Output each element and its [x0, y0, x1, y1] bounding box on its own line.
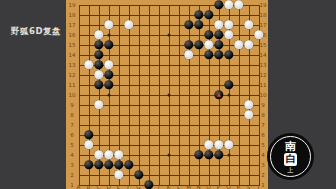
stone-white-P17	[214, 20, 223, 29]
coord-label-left: 3	[70, 162, 74, 168]
stone-white-R15	[234, 40, 243, 49]
star-point	[227, 153, 230, 156]
stone-white-S17	[244, 20, 253, 29]
coord-label-bottom: T	[257, 184, 260, 189]
coord-label-left: 7	[70, 122, 74, 128]
coord-label-left: 14	[69, 52, 76, 58]
stone-white-P5	[214, 140, 223, 149]
coord-label-left: 18	[69, 12, 76, 18]
stone-black-C14	[94, 50, 103, 59]
coord-label-left: 6	[70, 132, 74, 138]
stone-black-P15	[214, 40, 223, 49]
coord-label-right: 14	[260, 52, 267, 58]
stone-black-P19	[214, 0, 223, 9]
coord-label-right: 11	[260, 82, 267, 88]
stone-white-M14	[184, 50, 193, 59]
watermark-content: 南 白 上	[267, 133, 314, 180]
video-frame: 野狐6D复盘 191918181717161615151414131312121…	[0, 0, 336, 189]
coord-label-left: 9	[70, 102, 74, 108]
coord-label-bottom: M	[186, 184, 191, 189]
coord-label-bottom: R	[237, 184, 241, 189]
star-point	[107, 33, 110, 36]
star-point	[167, 153, 170, 156]
stone-black-D3	[104, 160, 113, 169]
coord-label-left: 1	[70, 182, 74, 188]
stone-black-O4	[204, 150, 213, 159]
watermark-char-bottom: 上	[288, 167, 294, 173]
coord-label-bottom: D	[106, 184, 110, 189]
stone-black-M17	[184, 20, 193, 29]
stone-black-Q14	[224, 50, 233, 59]
stone-black-C3	[94, 160, 103, 169]
coord-label-left: 5	[70, 142, 74, 148]
coord-label-left: 12	[69, 72, 76, 78]
stone-black-C13	[94, 60, 103, 69]
stone-white-B5	[84, 140, 93, 149]
coord-label-left: 19	[69, 2, 76, 8]
stone-white-S8	[244, 110, 253, 119]
star-point	[227, 93, 230, 96]
coord-label-right: 7	[261, 122, 265, 128]
stone-black-P16	[214, 30, 223, 39]
stone-black-Q11	[224, 80, 233, 89]
grid-vline	[249, 5, 250, 186]
stone-black-N15	[194, 40, 203, 49]
stone-black-B3	[84, 160, 93, 169]
stone-black-O16	[204, 30, 213, 39]
stone-white-Q19	[224, 0, 233, 9]
coord-label-bottom: Q	[226, 184, 230, 189]
coord-label-right: 2	[261, 172, 265, 178]
watermark-char-top: 南	[285, 141, 296, 152]
stone-white-D13	[104, 60, 113, 69]
coord-label-right: 17	[260, 22, 267, 28]
stone-white-S15	[244, 40, 253, 49]
coord-label-bottom: C	[97, 184, 101, 189]
coord-label-right: 8	[261, 112, 265, 118]
stone-black-P4	[214, 150, 223, 159]
stone-white-C16	[94, 30, 103, 39]
stone-black-B6	[84, 130, 93, 139]
stone-white-O15	[204, 40, 213, 49]
stone-white-T16	[254, 30, 263, 39]
stone-white-S9	[244, 100, 253, 109]
watermark-logo: 南 白 上	[267, 133, 314, 180]
go-board: 1919181817171616151514141313121211111010…	[66, 0, 268, 189]
coord-label-bottom: O	[206, 184, 210, 189]
star-point	[167, 93, 170, 96]
grid-vline	[189, 5, 190, 186]
star-point	[107, 93, 110, 96]
coord-label-bottom: K	[167, 184, 171, 189]
stone-black-D12	[104, 70, 113, 79]
coord-label-right: 4	[261, 152, 265, 158]
stone-black-O18	[204, 10, 213, 19]
grid-hline	[79, 175, 260, 176]
coord-label-bottom: E	[117, 184, 120, 189]
coord-label-bottom: N	[196, 184, 200, 189]
coord-label-bottom: L	[177, 184, 180, 189]
stone-black-N17	[194, 20, 203, 29]
stone-black-N18	[194, 10, 203, 19]
stone-black-D15	[104, 40, 113, 49]
coord-label-right: 19	[260, 2, 267, 8]
coord-label-bottom: B	[87, 184, 91, 189]
last-move-marker	[217, 92, 221, 96]
grid-vline	[239, 5, 240, 186]
coord-label-bottom: J	[158, 184, 160, 189]
grid-hline	[79, 135, 260, 136]
grid-hline	[79, 105, 260, 106]
stone-white-Q17	[224, 20, 233, 29]
stone-white-C12	[94, 70, 103, 79]
stone-white-F17	[124, 20, 133, 29]
stone-white-O5	[204, 140, 213, 149]
coord-label-right: 6	[261, 132, 265, 138]
coord-label-bottom: A	[77, 184, 81, 189]
coord-label-left: 10	[69, 92, 76, 98]
coord-label-right: 15	[260, 42, 267, 48]
stone-white-E4	[114, 150, 123, 159]
title-overlay: 野狐6D复盘	[11, 26, 71, 38]
stone-white-R19	[234, 0, 243, 9]
coord-label-left: 4	[70, 152, 74, 158]
stone-black-O14	[204, 50, 213, 59]
coord-label-bottom: F	[127, 184, 130, 189]
grid-hline	[79, 115, 260, 116]
watermark-char-boxed: 白	[284, 153, 297, 166]
stone-black-M15	[184, 40, 193, 49]
stone-black-G2	[134, 170, 143, 179]
stone-white-Q5	[224, 140, 233, 149]
stone-black-C11	[94, 80, 103, 89]
stone-white-B13	[84, 60, 93, 69]
stone-white-C4	[94, 150, 103, 159]
stone-black-F3	[124, 160, 133, 169]
coord-label-right: 1	[261, 182, 265, 188]
stone-black-N4	[194, 150, 203, 159]
grid-hline	[79, 125, 260, 126]
coord-label-right: 3	[261, 162, 265, 168]
stone-white-Q16	[224, 30, 233, 39]
star-point	[167, 33, 170, 36]
coord-label-bottom: S	[247, 184, 251, 189]
grid-vline	[179, 5, 180, 186]
coord-label-left: 15	[69, 42, 76, 48]
coord-label-bottom: P	[217, 184, 220, 189]
coord-label-right: 10	[260, 92, 267, 98]
stone-black-E3	[114, 160, 123, 169]
coord-label-left: 2	[70, 172, 74, 178]
coord-label-right: 13	[260, 62, 267, 68]
coord-label-right: 5	[261, 142, 265, 148]
stone-black-H1	[144, 180, 153, 189]
stone-white-E2	[114, 170, 123, 179]
stone-white-D17	[104, 20, 113, 29]
coord-label-right: 9	[261, 102, 265, 108]
stone-white-C9	[94, 100, 103, 109]
stone-white-D4	[104, 150, 113, 159]
stone-black-D11	[104, 80, 113, 89]
coord-label-right: 12	[260, 72, 267, 78]
coord-label-left: 11	[69, 82, 76, 88]
coord-label-left: 13	[69, 62, 76, 68]
stone-black-C15	[94, 40, 103, 49]
stone-black-P14	[214, 50, 223, 59]
coord-label-left: 8	[70, 112, 74, 118]
coord-label-bottom: G	[136, 184, 140, 189]
coord-label-right: 18	[260, 12, 267, 18]
